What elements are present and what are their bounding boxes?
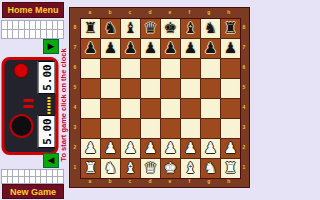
tray-cell xyxy=(47,30,52,38)
tray-cell xyxy=(2,170,7,176)
square-g4[interactable] xyxy=(201,99,220,118)
tray-cell xyxy=(58,30,63,38)
white-pawn: ♟ xyxy=(104,141,117,156)
coord-label: 8 xyxy=(74,25,77,30)
coord-label: 4 xyxy=(243,105,246,110)
square-h6[interactable] xyxy=(221,59,240,78)
square-e6[interactable] xyxy=(161,59,180,78)
square-d1[interactable]: ♛ xyxy=(141,159,160,178)
tray-cell xyxy=(30,21,35,29)
clock-display-right: 5.00 xyxy=(37,61,55,94)
step-forward-button[interactable]: ▶ xyxy=(43,39,59,54)
black-pawn: ♟ xyxy=(104,41,117,56)
square-a5[interactable] xyxy=(81,79,100,98)
square-d6[interactable] xyxy=(141,59,160,78)
coord-label: 1 xyxy=(243,165,246,170)
tray-cell xyxy=(8,30,13,38)
coord-label: d xyxy=(148,179,151,185)
black-bishop: ♝ xyxy=(184,21,197,36)
square-d4[interactable] xyxy=(141,99,160,118)
tray-cell xyxy=(8,21,13,29)
tray-cell xyxy=(36,177,41,183)
tray-cell xyxy=(47,21,52,29)
square-f6[interactable] xyxy=(181,59,200,78)
square-f7[interactable]: ♟ xyxy=(181,39,200,58)
black-bishop: ♝ xyxy=(124,21,137,36)
square-a6[interactable] xyxy=(81,59,100,78)
tray-cell xyxy=(53,30,58,38)
black-pawn: ♟ xyxy=(84,41,97,56)
tray-cell xyxy=(58,170,63,176)
file-labels-top: abcdefgh xyxy=(80,10,239,16)
square-f1[interactable]: ♝ xyxy=(181,159,200,178)
move-tray-top xyxy=(1,20,64,39)
tray-cell xyxy=(30,30,35,38)
white-pawn: ♟ xyxy=(144,141,157,156)
coord-label: 8 xyxy=(243,25,246,30)
square-d5[interactable] xyxy=(141,79,160,98)
file-labels-bottom: abcdefgh xyxy=(80,179,239,185)
pause-icon xyxy=(23,105,33,108)
tray-cell xyxy=(8,177,13,183)
black-pawn: ♟ xyxy=(124,41,137,56)
black-king: ♚ xyxy=(164,21,177,36)
coord-label: a xyxy=(89,179,92,185)
square-g6[interactable] xyxy=(201,59,220,78)
square-b5[interactable] xyxy=(101,79,120,98)
square-a8[interactable]: ♜ xyxy=(81,19,100,38)
coord-label: 2 xyxy=(243,145,246,150)
tray-cell xyxy=(25,170,30,176)
tray-cell xyxy=(2,21,7,29)
coord-label: 3 xyxy=(74,125,77,130)
black-pawn: ♟ xyxy=(184,41,197,56)
tray-cell xyxy=(41,21,46,29)
new-game-button[interactable]: New Game xyxy=(2,184,64,199)
square-c2[interactable]: ♟ xyxy=(121,139,140,158)
coord-label: 4 xyxy=(74,105,77,110)
square-a2[interactable]: ♟ xyxy=(81,139,100,158)
black-rook: ♜ xyxy=(224,21,237,36)
coord-label: 7 xyxy=(74,45,77,50)
black-rook: ♜ xyxy=(84,21,97,36)
square-d7[interactable]: ♟ xyxy=(141,39,160,58)
tray-cell xyxy=(25,177,30,183)
coord-label: c xyxy=(129,10,132,16)
square-g1[interactable]: ♞ xyxy=(201,159,220,178)
square-g3[interactable] xyxy=(201,119,220,138)
square-g7[interactable]: ♟ xyxy=(201,39,220,58)
white-pawn: ♟ xyxy=(224,141,237,156)
chess-clock[interactable]: 5.00 5.00 xyxy=(1,57,58,155)
square-c6[interactable] xyxy=(121,59,140,78)
clock-button-left[interactable] xyxy=(9,114,33,138)
white-knight: ♞ xyxy=(104,161,117,176)
square-g2[interactable]: ♟ xyxy=(201,139,220,158)
coord-label: 7 xyxy=(243,45,246,50)
tray-cell xyxy=(53,21,58,29)
white-pawn: ♟ xyxy=(84,141,97,156)
coord-label: b xyxy=(108,10,111,16)
tray-cell xyxy=(30,170,35,176)
coord-label: 1 xyxy=(74,165,77,170)
square-e2[interactable]: ♟ xyxy=(161,139,180,158)
white-pawn: ♟ xyxy=(184,141,197,156)
coord-label: e xyxy=(169,179,172,185)
tray-cell xyxy=(13,21,18,29)
square-a1[interactable]: ♜ xyxy=(81,159,100,178)
coord-label: c xyxy=(129,179,132,185)
white-bishop: ♝ xyxy=(184,161,197,176)
square-d2[interactable]: ♟ xyxy=(141,139,160,158)
white-rook: ♜ xyxy=(224,161,237,176)
square-f5[interactable] xyxy=(181,79,200,98)
tray-cell xyxy=(19,21,24,29)
square-e3[interactable] xyxy=(161,119,180,138)
white-pawn: ♟ xyxy=(204,141,217,156)
coord-label: 3 xyxy=(243,125,246,130)
tray-cell xyxy=(2,30,7,38)
square-e4[interactable] xyxy=(161,99,180,118)
tray-cell xyxy=(36,170,41,176)
clock-display-left: 5.00 xyxy=(37,115,55,148)
tray-cell xyxy=(41,177,46,183)
coord-label: b xyxy=(108,179,111,185)
square-e5[interactable] xyxy=(161,79,180,98)
square-e1[interactable]: ♚ xyxy=(161,159,180,178)
tray-cell xyxy=(47,170,52,176)
square-a3[interactable] xyxy=(81,119,100,138)
square-c4[interactable] xyxy=(121,99,140,118)
tray-cell xyxy=(47,177,52,183)
square-g5[interactable] xyxy=(201,79,220,98)
square-a7[interactable]: ♟ xyxy=(81,39,100,58)
white-bishop: ♝ xyxy=(124,161,137,176)
coord-label: g xyxy=(207,179,210,185)
black-pawn: ♟ xyxy=(164,41,177,56)
coord-label: 5 xyxy=(74,85,77,90)
square-a4[interactable] xyxy=(81,99,100,118)
square-f4[interactable] xyxy=(181,99,200,118)
home-menu-button[interactable]: Home Menu xyxy=(2,2,64,18)
tray-cell xyxy=(13,30,18,38)
square-b2[interactable]: ♟ xyxy=(101,139,120,158)
tray-cell xyxy=(25,30,30,38)
coord-label: 6 xyxy=(243,65,246,70)
black-pawn: ♟ xyxy=(204,41,217,56)
tray-cell xyxy=(19,30,24,38)
white-rook: ♜ xyxy=(84,161,97,176)
coord-label: g xyxy=(207,10,210,16)
clock-caption-strip xyxy=(47,96,50,114)
square-c3[interactable] xyxy=(121,119,140,138)
coord-label: h xyxy=(227,179,230,185)
coord-label: 6 xyxy=(74,65,77,70)
square-h5[interactable] xyxy=(221,79,240,98)
square-h4[interactable] xyxy=(221,99,240,118)
square-c5[interactable] xyxy=(121,79,140,98)
square-c7[interactable]: ♟ xyxy=(121,39,140,58)
coord-label: e xyxy=(169,10,172,16)
tray-cell xyxy=(58,177,63,183)
square-b8[interactable]: ♞ xyxy=(101,19,120,38)
square-b4[interactable] xyxy=(101,99,120,118)
square-f8[interactable]: ♝ xyxy=(181,19,200,38)
tray-cell xyxy=(53,177,58,183)
app-window: Home Menu ▶ 5.00 5.00 To start game clic… xyxy=(0,0,320,200)
square-h2[interactable]: ♟ xyxy=(221,139,240,158)
tray-cell xyxy=(25,21,30,29)
tray-cell xyxy=(13,170,18,176)
square-b3[interactable] xyxy=(101,119,120,138)
square-h3[interactable] xyxy=(221,119,240,138)
square-b1[interactable]: ♞ xyxy=(101,159,120,178)
coord-label: 5 xyxy=(243,85,246,90)
pause-icon xyxy=(23,99,33,102)
clock-button-right[interactable] xyxy=(13,63,28,78)
square-f2[interactable]: ♟ xyxy=(181,139,200,158)
chess-board: ♜♞♝♛♚♝♞♜♟♟♟♟♟♟♟♟♟♟♟♟♟♟♟♟♜♞♝♛♚♝♞♜ xyxy=(80,18,241,179)
square-c8[interactable]: ♝ xyxy=(121,19,140,38)
tray-cell xyxy=(58,21,63,29)
black-knight: ♞ xyxy=(104,21,117,36)
tray-cell xyxy=(2,177,7,183)
tray-cell xyxy=(30,177,35,183)
white-pawn: ♟ xyxy=(124,141,137,156)
square-h1[interactable]: ♜ xyxy=(221,159,240,178)
rank-labels-left: 87654321 xyxy=(72,18,78,177)
rank-labels-right: 87654321 xyxy=(241,18,247,177)
tray-cell xyxy=(19,170,24,176)
square-e8[interactable]: ♚ xyxy=(161,19,180,38)
coord-label: f xyxy=(188,179,190,185)
square-d3[interactable] xyxy=(141,119,160,138)
white-queen: ♛ xyxy=(144,161,157,176)
white-pawn: ♟ xyxy=(164,141,177,156)
coord-label: a xyxy=(89,10,92,16)
instruction-area: To start game click on the clock xyxy=(57,53,68,157)
square-e7[interactable]: ♟ xyxy=(161,39,180,58)
black-pawn: ♟ xyxy=(224,41,237,56)
square-b7[interactable]: ♟ xyxy=(101,39,120,58)
chess-board-frame: abcdefgh abcdefgh 87654321 87654321 ♜♞♝♛… xyxy=(69,7,250,188)
tray-cell xyxy=(19,177,24,183)
coord-label: 2 xyxy=(74,145,77,150)
square-b6[interactable] xyxy=(101,59,120,78)
tray-cell xyxy=(13,177,18,183)
coord-label: d xyxy=(148,10,151,16)
tray-cell xyxy=(41,30,46,38)
black-pawn: ♟ xyxy=(144,41,157,56)
black-knight: ♞ xyxy=(204,21,217,36)
square-h8[interactable]: ♜ xyxy=(221,19,240,38)
square-c1[interactable]: ♝ xyxy=(121,159,140,178)
tray-cell xyxy=(41,170,46,176)
coord-label: f xyxy=(188,10,190,16)
tray-cell xyxy=(8,170,13,176)
black-queen: ♛ xyxy=(144,21,157,36)
tray-cell xyxy=(36,21,41,29)
white-knight: ♞ xyxy=(204,161,217,176)
move-tray-bottom xyxy=(1,169,64,184)
square-g8[interactable]: ♞ xyxy=(201,19,220,38)
coord-label: h xyxy=(227,10,230,16)
white-king: ♚ xyxy=(164,161,177,176)
tray-cell xyxy=(53,170,58,176)
square-f3[interactable] xyxy=(181,119,200,138)
tray-cell xyxy=(36,30,41,38)
step-back-button[interactable]: ◀ xyxy=(43,153,59,168)
start-instruction-text: To start game click on the clock xyxy=(57,53,68,157)
square-h7[interactable]: ♟ xyxy=(221,39,240,58)
square-d8[interactable]: ♛ xyxy=(141,19,160,38)
chess-clock-area: 5.00 5.00 xyxy=(1,57,58,155)
